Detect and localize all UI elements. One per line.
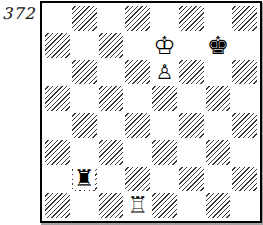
square-a6[interactable]: [44, 59, 71, 86]
square-d7[interactable]: [124, 32, 151, 59]
square-e5[interactable]: [151, 85, 178, 112]
square-c4[interactable]: [98, 112, 125, 139]
square-g4[interactable]: [205, 112, 232, 139]
square-e7[interactable]: ♔: [151, 32, 178, 59]
square-e6[interactable]: ♙: [151, 59, 178, 86]
diagram-page: 372 ♔♚♙♜♖: [0, 0, 263, 225]
square-d3[interactable]: [124, 139, 151, 166]
square-a8[interactable]: [44, 5, 71, 32]
square-f3[interactable]: [178, 139, 205, 166]
piece-white-rook[interactable]: ♖: [126, 194, 149, 217]
square-f1[interactable]: [178, 192, 205, 219]
square-f2[interactable]: [178, 166, 205, 193]
piece-black-king[interactable]: ♚: [206, 33, 230, 58]
square-g3[interactable]: [205, 139, 232, 166]
square-g5[interactable]: [205, 85, 232, 112]
problem-number: 372: [2, 4, 36, 23]
square-e1[interactable]: [151, 192, 178, 219]
piece-black-rook[interactable]: ♜: [73, 167, 96, 190]
square-d8[interactable]: [124, 5, 151, 32]
square-h8[interactable]: [231, 5, 258, 32]
square-g1[interactable]: [205, 192, 232, 219]
square-f7[interactable]: [178, 32, 205, 59]
square-h1[interactable]: [231, 192, 258, 219]
chess-board: ♔♚♙♜♖: [40, 1, 262, 223]
piece-white-pawn[interactable]: ♙: [154, 62, 174, 82]
square-c3[interactable]: [98, 139, 125, 166]
square-c8[interactable]: [98, 5, 125, 32]
square-d6[interactable]: [124, 59, 151, 86]
square-f5[interactable]: [178, 85, 205, 112]
square-e8[interactable]: [151, 5, 178, 32]
square-e3[interactable]: [151, 139, 178, 166]
square-h7[interactable]: [231, 32, 258, 59]
square-a7[interactable]: [44, 32, 71, 59]
square-d4[interactable]: [124, 112, 151, 139]
square-c5[interactable]: [98, 85, 125, 112]
square-c2[interactable]: [98, 166, 125, 193]
square-b8[interactable]: [71, 5, 98, 32]
square-g8[interactable]: [205, 5, 232, 32]
square-b5[interactable]: [71, 85, 98, 112]
square-a1[interactable]: [44, 192, 71, 219]
square-d2[interactable]: [124, 166, 151, 193]
square-d5[interactable]: [124, 85, 151, 112]
square-d1[interactable]: ♖: [124, 192, 151, 219]
chess-board-grid: ♔♚♙♜♖: [44, 5, 258, 219]
square-c6[interactable]: [98, 59, 125, 86]
square-c7[interactable]: [98, 32, 125, 59]
square-a3[interactable]: [44, 139, 71, 166]
square-b7[interactable]: [71, 32, 98, 59]
square-h3[interactable]: [231, 139, 258, 166]
square-g6[interactable]: [205, 59, 232, 86]
square-b2[interactable]: ♜: [71, 166, 98, 193]
square-b3[interactable]: [71, 139, 98, 166]
square-g2[interactable]: [205, 166, 232, 193]
square-h5[interactable]: [231, 85, 258, 112]
square-b1[interactable]: [71, 192, 98, 219]
square-a5[interactable]: [44, 85, 71, 112]
square-f4[interactable]: [178, 112, 205, 139]
square-a2[interactable]: [44, 166, 71, 193]
square-a4[interactable]: [44, 112, 71, 139]
square-c1[interactable]: [98, 192, 125, 219]
piece-white-king[interactable]: ♔: [152, 33, 176, 58]
square-b4[interactable]: [71, 112, 98, 139]
square-e4[interactable]: [151, 112, 178, 139]
square-f8[interactable]: [178, 5, 205, 32]
square-f6[interactable]: [178, 59, 205, 86]
square-g7[interactable]: ♚: [205, 32, 232, 59]
square-b6[interactable]: [71, 59, 98, 86]
square-h4[interactable]: [231, 112, 258, 139]
square-e2[interactable]: [151, 166, 178, 193]
square-h6[interactable]: [231, 59, 258, 86]
square-h2[interactable]: [231, 166, 258, 193]
